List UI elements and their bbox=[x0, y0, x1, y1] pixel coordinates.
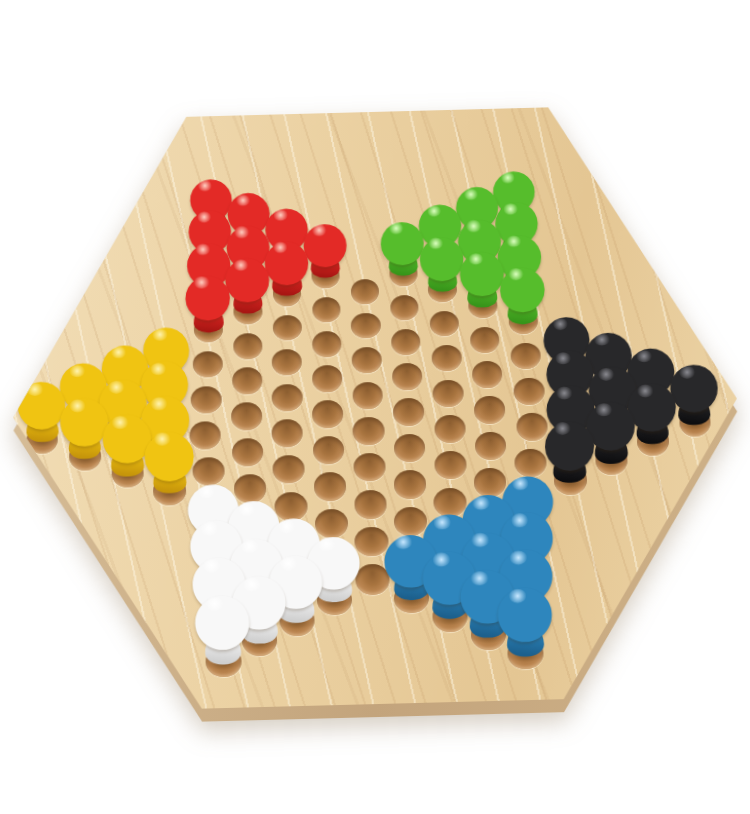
board-hole[interactable] bbox=[312, 436, 344, 465]
board-hole[interactable] bbox=[393, 434, 425, 463]
board-hole[interactable] bbox=[391, 329, 421, 356]
board-hole[interactable] bbox=[273, 455, 306, 484]
board-hole[interactable] bbox=[470, 327, 500, 354]
board-hole[interactable] bbox=[231, 438, 263, 467]
board-hole[interactable] bbox=[475, 432, 507, 461]
board-hole[interactable] bbox=[393, 398, 425, 426]
board-hole[interactable] bbox=[474, 396, 506, 424]
peg-head: ● bbox=[186, 581, 259, 654]
board-hole[interactable] bbox=[390, 295, 419, 321]
board-hole[interactable] bbox=[232, 367, 263, 394]
product-photo-scene: Wooden Chinese Checkers board — starting… bbox=[0, 0, 750, 814]
board-hole[interactable] bbox=[350, 279, 379, 305]
board-hole[interactable] bbox=[433, 380, 464, 408]
board-hole[interactable] bbox=[392, 363, 423, 390]
board-hole[interactable] bbox=[351, 347, 381, 374]
board-hole[interactable] bbox=[231, 402, 263, 430]
board-hole[interactable] bbox=[272, 315, 302, 341]
board-hole[interactable] bbox=[312, 400, 344, 428]
board-hole[interactable] bbox=[313, 472, 346, 501]
board-hole[interactable] bbox=[431, 345, 461, 372]
board-hole[interactable] bbox=[312, 365, 343, 392]
board-hole[interactable] bbox=[353, 417, 385, 445]
chinese-checkers-board: ●●●●●●●●●●●●●●●●●●●●●●●●●●●●●●●●●●●●●●●●… bbox=[5, 103, 744, 714]
board-hole[interactable] bbox=[434, 415, 466, 443]
board-hole[interactable] bbox=[430, 311, 460, 337]
board-hole[interactable] bbox=[312, 331, 342, 358]
peg-head: ● bbox=[488, 573, 561, 646]
board-hole[interactable] bbox=[312, 297, 341, 323]
board-hole[interactable] bbox=[192, 351, 222, 378]
board-hole[interactable] bbox=[233, 333, 263, 360]
board-hole[interactable] bbox=[472, 361, 503, 388]
board-hole[interactable] bbox=[351, 313, 381, 339]
page-title: Wooden Chinese Checkers board — starting… bbox=[0, 21, 1, 22]
board-hole[interactable] bbox=[272, 349, 302, 376]
board-hole[interactable] bbox=[271, 419, 303, 447]
board-hole[interactable] bbox=[352, 382, 383, 410]
board-hole[interactable] bbox=[393, 470, 426, 499]
board-surface: ●●●●●●●●●●●●●●●●●●●●●●●●●●●●●●●●●●●●●●●●… bbox=[5, 103, 744, 714]
board-hole[interactable] bbox=[434, 451, 467, 480]
board-hole[interactable] bbox=[353, 453, 386, 482]
board-hole[interactable] bbox=[271, 384, 302, 412]
